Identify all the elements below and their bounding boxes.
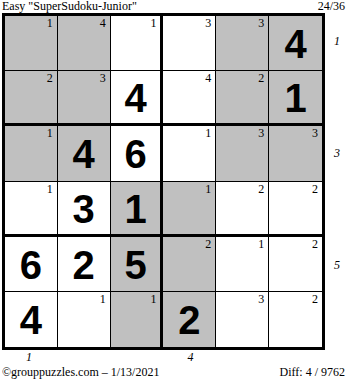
corner-clue: 2 (205, 237, 211, 251)
column-labels: 14 (2, 350, 325, 365)
corner-clue: 2 (312, 292, 318, 306)
corner-clue: 2 (312, 237, 318, 251)
cell-r3c1[interactable]: 1 (5, 126, 58, 181)
col-label-empty (56, 350, 110, 365)
cell-value: 6 (124, 134, 146, 174)
copyright-text: ©grouppuzzles.com – 1/13/2021 (2, 365, 159, 380)
progress-counter: 24/36 (318, 0, 345, 13)
cell-r6c2[interactable]: 1 (58, 292, 111, 347)
corner-clue: 2 (47, 71, 53, 85)
corner-clue: 3 (205, 16, 211, 30)
corner-clue: 2 (258, 71, 264, 85)
cell-r4c5[interactable]: 2 (216, 182, 269, 237)
corner-clue: 4 (205, 71, 211, 85)
cell-value: 5 (124, 245, 146, 285)
corner-clue: 3 (258, 126, 264, 140)
footer: ©grouppuzzles.com – 1/13/2021 Diff: 4 / … (2, 365, 345, 379)
cell-r5c1[interactable]: 6 (5, 237, 58, 292)
cell-r6c5[interactable]: 3 (216, 292, 269, 347)
cell-r5c4[interactable]: 2 (163, 237, 216, 292)
corner-clue: 1 (47, 16, 53, 30)
page-title: Easy "SuperSudoku-Junior" (2, 0, 137, 13)
cell-r2c5[interactable]: 2 (216, 71, 269, 126)
col-label-empty (217, 350, 271, 365)
corner-clue: 2 (258, 182, 264, 196)
cell-value: 1 (124, 189, 146, 229)
corner-clue: 4 (100, 16, 106, 30)
cell-r3c5[interactable]: 3 (216, 126, 269, 181)
cell-r3c4[interactable]: 1 (163, 126, 216, 181)
cell-r3c6[interactable]: 3 (269, 126, 322, 181)
puzzle-page: Easy "SuperSudoku-Junior" 24/36 14133423… (0, 0, 347, 381)
row-label-empty (329, 69, 345, 125)
corner-clue: 1 (100, 292, 106, 306)
col-label-1: 1 (2, 350, 56, 365)
col-label-empty (110, 350, 164, 365)
cell-r6c3[interactable]: 1 (111, 292, 164, 347)
cell-r2c4[interactable]: 4 (163, 71, 216, 126)
corner-clue: 1 (150, 292, 156, 306)
cell-value: 2 (178, 300, 200, 340)
cell-r3c2[interactable]: 4 (58, 126, 111, 181)
col-label-empty (271, 350, 325, 365)
row-labels: 135 (329, 13, 345, 350)
cell-value: 6 (20, 245, 42, 285)
row-label-empty (329, 182, 345, 238)
cell-r2c3[interactable]: 4 (111, 71, 164, 126)
row-label-empty (329, 294, 345, 350)
cell-r1c6[interactable]: 4 (269, 16, 322, 71)
cell-value: 4 (73, 134, 95, 174)
row-label-5: 5 (329, 238, 345, 294)
corner-clue: 3 (100, 71, 106, 85)
row-label-1: 1 (329, 13, 345, 69)
cell-r4c4[interactable]: 1 (163, 182, 216, 237)
sudoku-board: 141334234421146133131122625212411232 (2, 13, 325, 350)
cell-r1c4[interactable]: 3 (163, 16, 216, 71)
difficulty-text: Diff: 4 / 9762 (280, 365, 345, 380)
corner-clue: 2 (312, 182, 318, 196)
cell-r5c3[interactable]: 5 (111, 237, 164, 292)
cell-r5c5[interactable]: 1 (216, 237, 269, 292)
cell-r2c1[interactable]: 2 (5, 71, 58, 126)
corner-clue: 1 (205, 126, 211, 140)
corner-clue: 1 (150, 16, 156, 30)
cell-r6c6[interactable]: 2 (269, 292, 322, 347)
corner-clue: 3 (312, 126, 318, 140)
corner-clue: 3 (258, 16, 264, 30)
cell-value: 1 (284, 78, 306, 118)
cell-r5c2[interactable]: 2 (58, 237, 111, 292)
cell-r2c2[interactable]: 3 (58, 71, 111, 126)
header: Easy "SuperSudoku-Junior" 24/36 (2, 0, 345, 13)
cell-r4c6[interactable]: 2 (269, 182, 322, 237)
corner-clue: 1 (47, 182, 53, 196)
cell-r1c5[interactable]: 3 (216, 16, 269, 71)
corner-clue: 1 (258, 237, 264, 251)
cell-r4c3[interactable]: 1 (111, 182, 164, 237)
cell-value: 4 (124, 78, 146, 118)
cell-value: 2 (73, 245, 95, 285)
cell-r6c4[interactable]: 2 (163, 292, 216, 347)
cell-r1c2[interactable]: 4 (58, 16, 111, 71)
row-label-3: 3 (329, 125, 345, 181)
cell-r2c6[interactable]: 1 (269, 71, 322, 126)
cell-value: 4 (284, 24, 306, 64)
cell-value: 4 (20, 300, 42, 340)
cell-r1c3[interactable]: 1 (111, 16, 164, 71)
corner-clue: 1 (47, 126, 53, 140)
cell-r5c6[interactable]: 2 (269, 237, 322, 292)
col-label-4: 4 (163, 350, 217, 365)
cell-r1c1[interactable]: 1 (5, 16, 58, 71)
cell-r4c2[interactable]: 3 (58, 182, 111, 237)
cell-r3c3[interactable]: 6 (111, 126, 164, 181)
cell-r6c1[interactable]: 4 (5, 292, 58, 347)
corner-clue: 1 (205, 182, 211, 196)
cell-value: 3 (73, 189, 95, 229)
corner-clue: 3 (258, 292, 264, 306)
cell-r4c1[interactable]: 1 (5, 182, 58, 237)
